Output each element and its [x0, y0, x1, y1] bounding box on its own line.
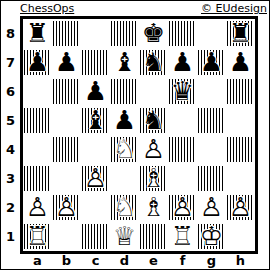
app-title: ChessOps — [20, 2, 74, 15]
square-c6[interactable]: ♟ — [81, 77, 110, 106]
black-pawn-icon: ♟ — [52, 48, 81, 77]
piece-white-pawn: ♟♙ — [168, 193, 197, 222]
piece-black-knight: ♞ — [139, 48, 168, 77]
square-h7[interactable]: ♟ — [226, 48, 255, 77]
square-b3[interactable] — [52, 164, 81, 193]
rank-label-8: 8 — [1, 19, 20, 48]
piece-white-bishop: ♝♗ — [139, 193, 168, 222]
square-f2[interactable]: ♟♙ — [168, 193, 197, 222]
square-d7[interactable]: ♝ — [110, 48, 139, 77]
rank-label-7: 7 — [1, 48, 20, 77]
piece-black-pawn: ♟ — [81, 77, 110, 106]
white-knight-icon: ♘ — [110, 135, 139, 164]
square-e1[interactable] — [139, 222, 168, 251]
file-label-a: a — [23, 253, 52, 269]
piece-white-king: ♚♔ — [197, 222, 226, 251]
rank-label-5: 5 — [1, 106, 20, 135]
black-bishop-icon: ♝ — [110, 48, 139, 77]
square-f1[interactable]: ♜♖ — [168, 222, 197, 251]
black-knight-icon: ♞ — [139, 106, 168, 135]
piece-white-pawn: ♟♙ — [23, 193, 52, 222]
square-g7[interactable]: ♟ — [197, 48, 226, 77]
square-e3[interactable]: ♝♗ — [139, 164, 168, 193]
square-b1[interactable] — [52, 222, 81, 251]
square-d6[interactable] — [110, 77, 139, 106]
piece-white-bishop: ♝♗ — [139, 164, 168, 193]
rank-label-6: 6 — [1, 77, 20, 106]
black-bishop-icon: ♝ — [81, 106, 110, 135]
white-pawn-icon: ♙ — [197, 193, 226, 222]
piece-white-pawn: ♟♙ — [197, 193, 226, 222]
square-f3[interactable] — [168, 164, 197, 193]
square-f4[interactable] — [168, 135, 197, 164]
square-c1[interactable] — [81, 222, 110, 251]
white-pawn-icon: ♙ — [23, 193, 52, 222]
black-pawn-icon: ♟ — [197, 48, 226, 77]
white-pawn-icon: ♙ — [52, 193, 81, 222]
square-a3[interactable] — [23, 164, 52, 193]
square-f7[interactable]: ♟ — [168, 48, 197, 77]
white-pawn-icon: ♙ — [168, 193, 197, 222]
piece-white-queen: ♛♕ — [110, 222, 139, 251]
black-pawn-icon: ♟ — [226, 48, 255, 77]
piece-black-pawn: ♟ — [226, 48, 255, 77]
black-queen-icon: ♛ — [168, 77, 197, 106]
square-d8[interactable] — [110, 19, 139, 48]
square-e6[interactable] — [139, 77, 168, 106]
file-label-b: b — [52, 253, 81, 269]
white-knight-icon: ♘ — [110, 193, 139, 222]
square-a1[interactable]: ♜♖ — [23, 222, 52, 251]
white-rook-icon: ♖ — [168, 222, 197, 251]
piece-black-bishop: ♝ — [81, 106, 110, 135]
square-a7[interactable]: ♟ — [23, 48, 52, 77]
square-b6[interactable] — [52, 77, 81, 106]
rank-label-4: 4 — [1, 135, 20, 164]
square-a5[interactable] — [23, 106, 52, 135]
piece-white-pawn: ♟♙ — [139, 135, 168, 164]
chessops-window: ChessOps © EUdesign 87654321 ♜♚♜♟♟♝♞♟♟♟♟… — [0, 0, 270, 270]
white-rook-icon: ♖ — [23, 222, 52, 251]
square-h1[interactable] — [226, 222, 255, 251]
piece-black-bishop: ♝ — [110, 48, 139, 77]
square-f8[interactable] — [168, 19, 197, 48]
square-d3[interactable] — [110, 164, 139, 193]
black-pawn-icon: ♟ — [168, 48, 197, 77]
square-c8[interactable] — [81, 19, 110, 48]
square-f5[interactable] — [168, 106, 197, 135]
piece-black-pawn: ♟ — [23, 48, 52, 77]
white-pawn-icon: ♙ — [226, 193, 255, 222]
piece-black-pawn: ♟ — [52, 48, 81, 77]
piece-white-pawn: ♟♙ — [81, 164, 110, 193]
square-a6[interactable] — [23, 77, 52, 106]
file-label-f: f — [168, 253, 197, 269]
black-pawn-icon: ♟ — [23, 48, 52, 77]
square-g1[interactable]: ♚♔ — [197, 222, 226, 251]
square-h3[interactable] — [226, 164, 255, 193]
black-pawn-icon: ♟ — [81, 77, 110, 106]
rank-labels: 87654321 — [1, 19, 20, 251]
piece-black-king: ♚ — [139, 19, 168, 48]
square-e2[interactable]: ♝♗ — [139, 193, 168, 222]
square-g3[interactable] — [197, 164, 226, 193]
white-bishop-icon: ♗ — [139, 164, 168, 193]
square-e7[interactable]: ♞ — [139, 48, 168, 77]
square-b8[interactable] — [52, 19, 81, 48]
square-g2[interactable]: ♟♙ — [197, 193, 226, 222]
square-h2[interactable]: ♟♙ — [226, 193, 255, 222]
square-b2[interactable]: ♟♙ — [52, 193, 81, 222]
square-b5[interactable] — [52, 106, 81, 135]
square-d2[interactable]: ♞♘ — [110, 193, 139, 222]
white-queen-icon: ♕ — [110, 222, 139, 251]
black-knight-icon: ♞ — [139, 48, 168, 77]
square-e4[interactable]: ♟♙ — [139, 135, 168, 164]
square-g6[interactable] — [197, 77, 226, 106]
square-g5[interactable] — [197, 106, 226, 135]
square-h4[interactable] — [226, 135, 255, 164]
white-king-icon: ♔ — [197, 222, 226, 251]
square-d4[interactable]: ♞♘ — [110, 135, 139, 164]
square-d1[interactable]: ♛♕ — [110, 222, 139, 251]
white-bishop-icon: ♗ — [139, 193, 168, 222]
square-c3[interactable]: ♟♙ — [81, 164, 110, 193]
square-a8[interactable]: ♜ — [23, 19, 52, 48]
piece-white-rook: ♜♖ — [168, 222, 197, 251]
black-rook-icon: ♜ — [23, 19, 52, 48]
piece-white-pawn: ♟♙ — [52, 193, 81, 222]
file-label-h: h — [226, 253, 255, 269]
white-pawn-icon: ♙ — [139, 135, 168, 164]
square-h5[interactable] — [226, 106, 255, 135]
credit-label: © EUdesign — [201, 2, 267, 15]
piece-black-rook: ♜ — [226, 19, 255, 48]
rank-label-1: 1 — [1, 222, 20, 251]
piece-black-queen: ♛ — [168, 77, 197, 106]
square-b4[interactable] — [52, 135, 81, 164]
piece-black-pawn: ♟ — [110, 106, 139, 135]
white-pawn-icon: ♙ — [81, 164, 110, 193]
chess-board: ♜♚♜♟♟♝♞♟♟♟♟♛♝♟♞♞♘♟♙♟♙♝♗♟♙♟♙♞♘♝♗♟♙♟♙♟♙♜♖♛… — [20, 16, 258, 254]
piece-black-pawn: ♟ — [197, 48, 226, 77]
file-label-g: g — [197, 253, 226, 269]
square-h6[interactable] — [226, 77, 255, 106]
black-king-icon: ♚ — [139, 19, 168, 48]
square-a4[interactable] — [23, 135, 52, 164]
square-c2[interactable] — [81, 193, 110, 222]
rank-label-2: 2 — [1, 193, 20, 222]
square-f6[interactable]: ♛ — [168, 77, 197, 106]
rank-label-3: 3 — [1, 164, 20, 193]
black-rook-icon: ♜ — [226, 19, 255, 48]
square-d5[interactable]: ♟ — [110, 106, 139, 135]
piece-white-rook: ♜♖ — [23, 222, 52, 251]
square-h8[interactable]: ♜ — [226, 19, 255, 48]
piece-black-rook: ♜ — [23, 19, 52, 48]
square-c5[interactable]: ♝ — [81, 106, 110, 135]
square-b7[interactable]: ♟ — [52, 48, 81, 77]
square-e5[interactable]: ♞ — [139, 106, 168, 135]
black-pawn-icon: ♟ — [110, 106, 139, 135]
file-label-e: e — [139, 253, 168, 269]
piece-white-pawn: ♟♙ — [226, 193, 255, 222]
square-g4[interactable] — [197, 135, 226, 164]
piece-white-knight: ♞♘ — [110, 193, 139, 222]
square-e8[interactable]: ♚ — [139, 19, 168, 48]
square-c7[interactable] — [81, 48, 110, 77]
square-g8[interactable] — [197, 19, 226, 48]
square-c4[interactable] — [81, 135, 110, 164]
piece-black-pawn: ♟ — [168, 48, 197, 77]
piece-white-knight: ♞♘ — [110, 135, 139, 164]
file-labels: abcdefgh — [23, 253, 255, 269]
file-label-d: d — [110, 253, 139, 269]
piece-black-knight: ♞ — [139, 106, 168, 135]
file-label-c: c — [81, 253, 110, 269]
square-a2[interactable]: ♟♙ — [23, 193, 52, 222]
